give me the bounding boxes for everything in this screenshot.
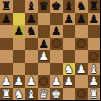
square-c6[interactable]: ♞: [25, 25, 38, 38]
piece-black-pawn[interactable]: ♟: [26, 13, 36, 26]
square-f6[interactable]: [63, 25, 76, 38]
square-b8[interactable]: [13, 0, 26, 13]
move-hint-circle[interactable]: [52, 39, 61, 48]
piece-white-bishop[interactable]: ♝: [89, 63, 99, 76]
piece-white-pawn[interactable]: ♟: [26, 75, 36, 88]
square-g5[interactable]: [75, 38, 88, 51]
square-c1[interactable]: ♝: [25, 88, 38, 101]
square-d3[interactable]: [38, 63, 51, 76]
square-d8[interactable]: ♛: [38, 0, 51, 13]
square-b5[interactable]: [13, 38, 26, 51]
piece-white-bishop[interactable]: ♝: [26, 88, 36, 101]
piece-white-rook[interactable]: ♜: [1, 88, 11, 101]
square-e4[interactable]: [50, 50, 63, 63]
piece-black-pawn[interactable]: ♟: [89, 13, 99, 26]
square-c3[interactable]: [25, 63, 38, 76]
piece-white-pawn[interactable]: ♟: [64, 75, 74, 88]
move-hint-circle[interactable]: [77, 39, 86, 48]
square-a4[interactable]: [0, 50, 13, 63]
piece-white-queen[interactable]: ♛: [39, 88, 49, 101]
piece-black-pawn[interactable]: ♟: [39, 38, 49, 51]
square-f8[interactable]: ♝: [63, 0, 76, 13]
square-h8[interactable]: ♜: [88, 0, 101, 13]
square-h3[interactable]: ♝: [88, 63, 101, 76]
piece-white-pawn[interactable]: ♟: [51, 75, 61, 88]
piece-black-knight[interactable]: ♞: [26, 25, 36, 38]
square-c7[interactable]: ♟: [25, 13, 38, 26]
square-d1[interactable]: ♛: [38, 88, 51, 101]
square-a1[interactable]: ♜: [0, 88, 13, 101]
piece-black-knight[interactable]: ♞: [76, 0, 86, 13]
piece-black-pawn[interactable]: ♟: [1, 13, 11, 26]
square-f2[interactable]: ♟: [63, 75, 76, 88]
piece-white-king[interactable]: ♚: [51, 88, 61, 101]
square-c4[interactable]: [25, 50, 38, 63]
square-h7[interactable]: ♟: [88, 13, 101, 26]
piece-white-rook[interactable]: ♜: [89, 88, 99, 101]
square-a7[interactable]: ♟: [0, 13, 13, 26]
square-d4[interactable]: ♟: [38, 50, 51, 63]
square-d5[interactable]: ♟: [38, 38, 51, 51]
square-h2[interactable]: ♟: [88, 75, 101, 88]
piece-black-bishop[interactable]: ♝: [26, 0, 36, 13]
square-g6[interactable]: [75, 25, 88, 38]
square-f5[interactable]: [63, 38, 76, 51]
piece-black-pawn[interactable]: ♟: [76, 13, 86, 26]
square-a5[interactable]: [0, 38, 13, 51]
piece-black-king[interactable]: ♚: [51, 0, 61, 13]
piece-black-pawn[interactable]: ♟: [51, 25, 61, 38]
square-h5[interactable]: [88, 38, 101, 51]
square-d2[interactable]: [38, 75, 51, 88]
square-e6[interactable]: ♟: [50, 25, 63, 38]
move-hint-circle[interactable]: [39, 77, 48, 86]
square-b7[interactable]: [13, 13, 26, 26]
square-b1[interactable]: ♞: [13, 88, 26, 101]
square-b4[interactable]: [13, 50, 26, 63]
square-f3[interactable]: ♞: [63, 63, 76, 76]
square-g7[interactable]: ♟: [75, 13, 88, 26]
piece-white-pawn[interactable]: ♟: [14, 75, 24, 88]
chess-board: ♜♝♛♚♝♞♜♟♟♟♟♟♟♞♟♟♟♞♟♝♟♟♟♟♟♟♜♞♝♛♚♜: [0, 0, 100, 100]
piece-white-pawn[interactable]: ♟: [1, 75, 11, 88]
move-hint-circle[interactable]: [89, 52, 98, 61]
square-d7[interactable]: [38, 13, 51, 26]
square-f7[interactable]: ♟: [63, 13, 76, 26]
piece-black-rook[interactable]: ♜: [1, 0, 11, 13]
square-a6[interactable]: [0, 25, 13, 38]
piece-black-pawn[interactable]: ♟: [64, 13, 74, 26]
square-h6[interactable]: [88, 25, 101, 38]
square-b6[interactable]: ♟: [13, 25, 26, 38]
square-g4[interactable]: [75, 50, 88, 63]
square-e1[interactable]: ♚: [50, 88, 63, 101]
square-h4[interactable]: [88, 50, 101, 63]
square-g2[interactable]: [75, 75, 88, 88]
square-g1[interactable]: [75, 88, 88, 101]
piece-black-rook[interactable]: ♜: [89, 0, 99, 13]
square-f4[interactable]: [63, 50, 76, 63]
square-d6[interactable]: [38, 25, 51, 38]
square-e7[interactable]: [50, 13, 63, 26]
square-e2[interactable]: ♟: [50, 75, 63, 88]
square-e8[interactable]: ♚: [50, 0, 63, 13]
piece-white-pawn[interactable]: ♟: [89, 75, 99, 88]
square-c2[interactable]: ♟: [25, 75, 38, 88]
move-hint-circle[interactable]: [77, 89, 86, 98]
square-e3[interactable]: [50, 63, 63, 76]
piece-white-knight[interactable]: ♞: [14, 88, 24, 101]
square-g8[interactable]: ♞: [75, 0, 88, 13]
square-f1[interactable]: [63, 88, 76, 101]
square-c5[interactable]: [25, 38, 38, 51]
square-a2[interactable]: ♟: [0, 75, 13, 88]
piece-black-pawn[interactable]: ♟: [14, 25, 24, 38]
piece-black-queen[interactable]: ♛: [39, 0, 49, 13]
piece-white-pawn[interactable]: ♟: [39, 50, 49, 63]
piece-white-knight[interactable]: ♞: [64, 63, 74, 76]
square-g3[interactable]: ♟: [75, 63, 88, 76]
piece-white-pawn[interactable]: ♟: [76, 63, 86, 76]
square-h1[interactable]: ♜: [88, 88, 101, 101]
square-a8[interactable]: ♜: [0, 0, 13, 13]
piece-black-bishop[interactable]: ♝: [64, 0, 74, 13]
square-b3[interactable]: [13, 63, 26, 76]
square-a3[interactable]: [0, 63, 13, 76]
square-c8[interactable]: ♝: [25, 0, 38, 13]
square-b2[interactable]: ♟: [13, 75, 26, 88]
square-e5[interactable]: [50, 38, 63, 51]
